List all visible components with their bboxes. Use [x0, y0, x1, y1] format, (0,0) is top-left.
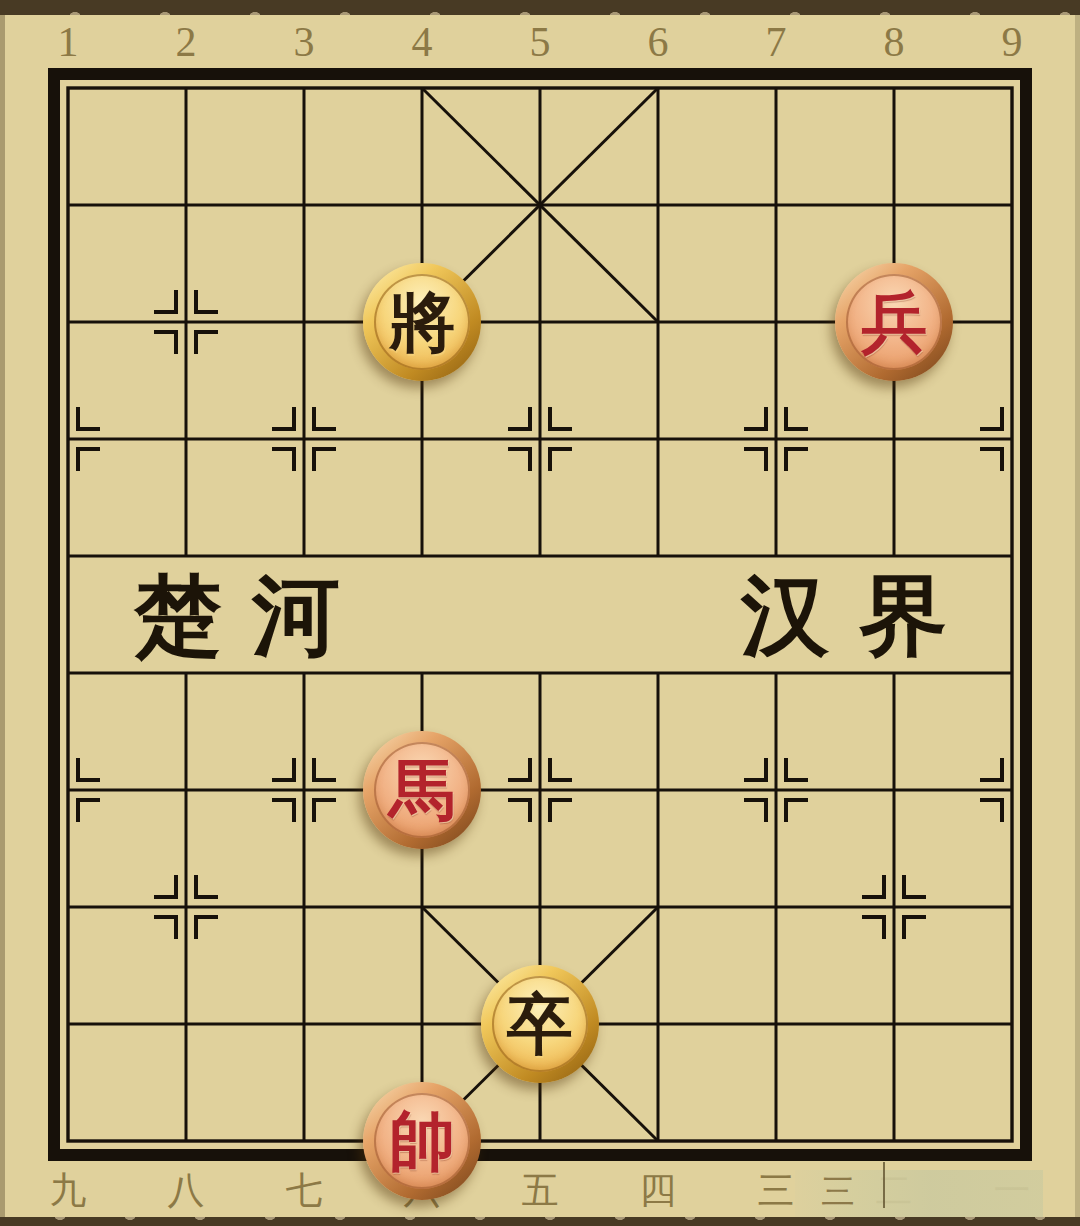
piece-red-horse[interactable]: 馬 [363, 731, 481, 849]
file-label-top-5: 5 [530, 18, 551, 66]
file-label-bottom-7: 三 [758, 1166, 795, 1216]
file-label-top-3: 3 [294, 18, 315, 66]
file-label-top-8: 8 [884, 18, 905, 66]
piece-face: 將 [374, 274, 470, 370]
file-label-top-6: 6 [648, 18, 669, 66]
piece-red-general[interactable]: 帥 [363, 1082, 481, 1200]
xiangqi-board: 123456789 九八七六五四三二一 楚河 汉界 將兵馬卒帥 三 [0, 0, 1080, 1226]
piece-red-soldier[interactable]: 兵 [835, 263, 953, 381]
piece-face: 帥 [374, 1093, 470, 1189]
piece-glyph: 帥 [389, 1108, 455, 1174]
file-label-top-7: 7 [766, 18, 787, 66]
file-label-top-1: 1 [58, 18, 79, 66]
piece-glyph: 卒 [507, 991, 573, 1057]
page-edge-left [0, 0, 5, 1226]
piece-face: 兵 [846, 274, 942, 370]
smudge-artifact-glyph: 三 [821, 1169, 855, 1215]
file-label-bottom-3: 七 [286, 1166, 323, 1216]
piece-glyph: 兵 [861, 289, 927, 355]
river-label-left: 楚河 [134, 557, 370, 676]
decor-strip-bottom [0, 1217, 1080, 1226]
piece-glyph: 將 [389, 289, 455, 355]
piece-black-general[interactable]: 將 [363, 263, 481, 381]
piece-glyph: 馬 [389, 757, 455, 823]
decor-strip-top [0, 0, 1080, 15]
piece-black-soldier[interactable]: 卒 [481, 965, 599, 1083]
piece-face: 馬 [374, 742, 470, 838]
page-edge-right [1075, 0, 1080, 1226]
file-label-bottom-6: 四 [640, 1166, 677, 1216]
piece-face: 卒 [492, 976, 588, 1072]
file-label-bottom-2: 八 [168, 1166, 205, 1216]
file-label-top-2: 2 [176, 18, 197, 66]
file-label-top-9: 9 [1002, 18, 1023, 66]
file-label-bottom-5: 五 [522, 1166, 559, 1216]
file-label-bottom-1: 九 [50, 1166, 87, 1216]
file-label-top-4: 4 [412, 18, 433, 66]
river-label-right: 汉界 [741, 557, 977, 676]
